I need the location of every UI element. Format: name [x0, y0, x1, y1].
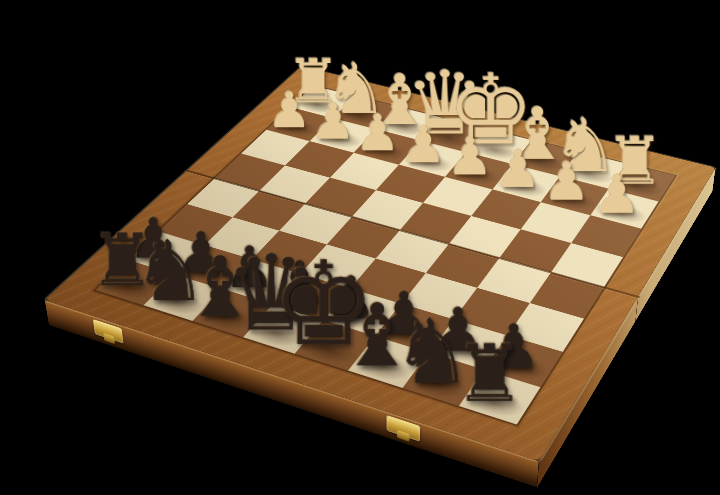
- box-side-fold-seam: [635, 296, 638, 322]
- square-a8[interactable]: ♜: [459, 370, 540, 425]
- photo-stage: ♜♞♝♛♚♝♞♜♟♟♟♟♟♟♟♟♟♟♟♟♟♟♟♟♜♞♝♛♚♝♞♜: [0, 0, 720, 495]
- brass-latch-left[interactable]: [93, 319, 124, 344]
- piece-white-pawn[interactable]: ♟: [547, 169, 688, 220]
- scene: ♜♞♝♛♚♝♞♜♟♟♟♟♟♟♟♟♟♟♟♟♟♟♟♟♜♞♝♛♚♝♞♜: [0, 0, 720, 495]
- piece-black-rook[interactable]: ♜: [407, 337, 572, 412]
- chess-board-box: ♜♞♝♛♚♝♞♜♟♟♟♟♟♟♟♟♟♟♟♟♟♟♟♟♜♞♝♛♚♝♞♜: [45, 66, 716, 461]
- brass-latch-right[interactable]: [387, 415, 421, 442]
